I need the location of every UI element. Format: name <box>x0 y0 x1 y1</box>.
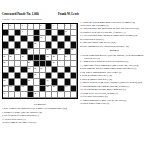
clue-item: 18 Open winner from a line (5) <box>80 102 149 105</box>
cell-number: 4 <box>28 24 29 26</box>
cell-number: 8 <box>71 24 72 26</box>
clue-text: Decline somewhat moved? Quite the opposi… <box>81 54 143 60</box>
crossword-page: Crossword Puzzle No. 1,066 Frank W. Lewi… <box>0 0 150 150</box>
cell-number: 20 <box>9 55 11 57</box>
cell-number: 14 <box>16 48 18 50</box>
cell-number: 10 <box>65 30 67 32</box>
cell-number: 27 <box>53 61 55 63</box>
page-header: Crossword Puzzle No. 1,066 Frank W. Lewi… <box>2 13 79 16</box>
cell-number: 17 <box>59 48 61 50</box>
cell-number: 12 <box>34 42 36 44</box>
cell-number: 16 <box>46 48 48 50</box>
puzzle-author: Frank W. Lewis <box>58 13 79 16</box>
cell-number: 40 <box>65 85 67 87</box>
cell-number: 25 <box>3 61 5 63</box>
cell-number: 24 <box>65 55 67 57</box>
clue-item: 22 Half remembered key liquefaction trie… <box>80 45 149 48</box>
cell-number: 38 <box>46 85 48 87</box>
cell-number: 26 <box>28 61 30 63</box>
cell-number: 21 <box>22 55 24 57</box>
across-clues-list: 1 Blue Connecticut lands used a bit to m… <box>2 107 77 124</box>
down-clues-list: 1 Decline somewhat moved? Quite the oppo… <box>80 54 149 105</box>
clue-item: 12 Development itself may leave (6) <box>2 121 77 124</box>
cell-number: 1 <box>3 24 4 26</box>
cell-number: 32 <box>3 79 5 81</box>
cell-number: 5 <box>40 24 41 26</box>
across-clues-continued-list: 13 When the current might make a spectac… <box>80 21 149 48</box>
cell-number: 22 <box>46 55 48 57</box>
puzzle-title: Crossword Puzzle No. 1,066 <box>2 13 39 16</box>
cell-number: 13 <box>3 48 5 50</box>
clue-text: Development itself may leave (6) <box>4 121 36 124</box>
cell-number: 7 <box>65 24 66 26</box>
cell-number: 19 <box>3 55 5 57</box>
grid-cell[interactable] <box>71 92 77 98</box>
cell-number: 33 <box>28 79 30 81</box>
copyright-line: Copyright © The Nation. Reprinted with p… <box>2 18 92 20</box>
cell-number: 9 <box>22 30 23 32</box>
right-clues-column: 13 When the current might make a spectac… <box>80 21 149 106</box>
cell-number: 39 <box>53 85 55 87</box>
across-clues-column: ACROSS 1 Blue Connecticut lands used a b… <box>2 102 77 125</box>
cell-number: 3 <box>22 24 23 26</box>
clue-text: Open winner from a line (5) <box>82 102 109 105</box>
cell-number: 11 <box>40 36 42 38</box>
cell-number: 30 <box>40 67 42 69</box>
cell-number: 2 <box>9 24 10 26</box>
cell-number: 6 <box>53 24 54 26</box>
cell-number: 28 <box>28 67 30 69</box>
cell-number: 37 <box>22 85 24 87</box>
cell-number: 31 <box>34 73 36 75</box>
clue-item: 1 Decline somewhat moved? Quite the oppo… <box>80 54 149 60</box>
cell-number: 18 <box>71 48 73 50</box>
cell-number: 34 <box>46 79 48 81</box>
cell-number: 36 <box>9 85 11 87</box>
down-header: DOWN <box>80 49 149 52</box>
cell-number: 42 <box>34 92 36 94</box>
cell-number: 15 <box>28 48 30 50</box>
cell-number: 35 <box>3 85 5 87</box>
cell-number: 41 <box>3 92 5 94</box>
across-header: ACROSS <box>2 103 77 106</box>
clue-text: Half remembered key liquefaction tried h… <box>82 45 128 48</box>
cell-number: 29 <box>34 67 36 69</box>
crossword-grid[interactable]: 1234567891011121314151617181920212223242… <box>2 23 78 99</box>
cell-number: 23 <box>53 55 55 57</box>
